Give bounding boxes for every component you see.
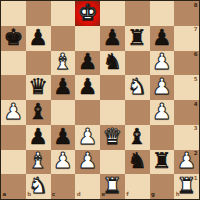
black-pawn[interactable]: ♟	[28, 26, 48, 50]
square-c3[interactable]: ♟	[51, 125, 76, 150]
square-a4[interactable]: ♟	[1, 100, 26, 125]
square-f4[interactable]	[125, 100, 150, 125]
square-d7[interactable]	[75, 26, 100, 51]
square-a3[interactable]	[1, 125, 26, 150]
square-f7[interactable]: ♜	[125, 26, 150, 51]
black-pawn[interactable]: ♟	[53, 75, 73, 99]
black-rook[interactable]: ♜	[127, 26, 147, 50]
black-pawn[interactable]: ♟	[28, 125, 48, 149]
white-rook[interactable]: ♜	[177, 174, 197, 198]
square-a1[interactable]: a	[1, 174, 26, 199]
square-f2[interactable]: ♞	[125, 150, 150, 175]
square-h2[interactable]: 2♟	[174, 150, 199, 175]
white-queen[interactable]: ♛	[103, 125, 123, 149]
white-rook[interactable]: ♜	[103, 174, 123, 198]
square-c2[interactable]: ♟	[51, 150, 76, 175]
square-a8[interactable]	[1, 1, 26, 26]
square-d4[interactable]	[75, 100, 100, 125]
square-a2[interactable]	[1, 150, 26, 175]
square-c1[interactable]: c	[51, 174, 76, 199]
square-d1[interactable]: d	[75, 174, 100, 199]
white-pawn[interactable]: ♟	[152, 100, 172, 124]
file-coordinate-d: d	[77, 192, 81, 198]
white-knight[interactable]: ♞	[127, 75, 147, 99]
square-b8[interactable]	[26, 1, 51, 26]
white-bishop[interactable]: ♝	[53, 51, 73, 75]
square-f5[interactable]: ♞	[125, 75, 150, 100]
file-coordinate-a: a	[3, 192, 7, 198]
square-h7[interactable]: 7	[174, 26, 199, 51]
square-e7[interactable]: ♟	[100, 26, 125, 51]
square-e1[interactable]: e♜	[100, 174, 125, 199]
black-bishop[interactable]: ♝	[28, 100, 48, 124]
square-g8[interactable]	[150, 1, 175, 26]
black-knight[interactable]: ♞	[103, 51, 123, 75]
square-h8[interactable]: 8	[174, 1, 199, 26]
rank-coordinate-8: 8	[194, 3, 198, 9]
square-e4[interactable]	[100, 100, 125, 125]
square-a6[interactable]	[1, 51, 26, 76]
white-bishop[interactable]: ♝	[28, 150, 48, 174]
square-c5[interactable]: ♟	[51, 75, 76, 100]
square-b5[interactable]: ♛	[26, 75, 51, 100]
file-coordinate-g: g	[151, 192, 155, 198]
square-b3[interactable]: ♟	[26, 125, 51, 150]
square-b7[interactable]: ♟	[26, 26, 51, 51]
square-h1[interactable]: h1♜	[174, 174, 199, 199]
white-king[interactable]: ♚	[78, 1, 98, 25]
square-g1[interactable]: g	[150, 174, 175, 199]
square-d8[interactable]: ♚	[75, 1, 100, 26]
square-b6[interactable]	[26, 51, 51, 76]
black-rook[interactable]: ♜	[152, 150, 172, 174]
white-pawn[interactable]: ♟	[53, 150, 73, 174]
black-pawn[interactable]: ♟	[53, 125, 73, 149]
square-f3[interactable]: ♝	[125, 125, 150, 150]
white-pawn[interactable]: ♟	[152, 51, 172, 75]
black-pawn[interactable]: ♟	[78, 51, 98, 75]
square-h6[interactable]: 6	[174, 51, 199, 76]
rank-coordinate-3: 3	[194, 126, 198, 132]
square-d5[interactable]: ♟	[75, 75, 100, 100]
black-bishop[interactable]: ♝	[127, 125, 147, 149]
rank-coordinate-4: 4	[194, 102, 198, 108]
square-b4[interactable]: ♝	[26, 100, 51, 125]
white-pawn[interactable]: ♟	[78, 125, 98, 149]
file-coordinate-c: c	[52, 192, 55, 198]
square-b2[interactable]: ♝	[26, 150, 51, 175]
square-a7[interactable]: ♚	[1, 26, 26, 51]
square-d2[interactable]: ♟	[75, 150, 100, 175]
square-e8[interactable]	[100, 1, 125, 26]
square-e5[interactable]	[100, 75, 125, 100]
square-c4[interactable]	[51, 100, 76, 125]
square-g4[interactable]: ♟	[150, 100, 175, 125]
square-h4[interactable]: 4	[174, 100, 199, 125]
square-g5[interactable]: ♟	[150, 75, 175, 100]
rank-coordinate-7: 7	[194, 27, 198, 33]
square-f1[interactable]: f	[125, 174, 150, 199]
square-c7[interactable]	[51, 26, 76, 51]
chess-board: ♚8♚♟♟♜♟7♝♟♞♟6♛♟♟♞♟5♟♝♟4♟♟♟♛♝3♝♟♟♞♜2♟ab♞c…	[0, 0, 200, 200]
square-d3[interactable]: ♟	[75, 125, 100, 150]
white-pawn[interactable]: ♟	[4, 100, 24, 124]
white-knight[interactable]: ♞	[28, 174, 48, 198]
rank-coordinate-5: 5	[194, 77, 198, 83]
white-pawn[interactable]: ♟	[78, 150, 98, 174]
square-h5[interactable]: 5	[174, 75, 199, 100]
black-knight[interactable]: ♞	[127, 150, 147, 174]
square-c6[interactable]: ♝	[51, 51, 76, 76]
white-pawn[interactable]: ♟	[177, 150, 197, 174]
black-pawn[interactable]: ♟	[152, 26, 172, 50]
square-g2[interactable]: ♜	[150, 150, 175, 175]
square-f8[interactable]	[125, 1, 150, 26]
square-a5[interactable]	[1, 75, 26, 100]
square-g6[interactable]: ♟	[150, 51, 175, 76]
black-pawn[interactable]: ♟	[103, 26, 123, 50]
black-queen[interactable]: ♛	[28, 75, 48, 99]
file-coordinate-f: f	[126, 192, 128, 198]
white-pawn[interactable]: ♟	[152, 75, 172, 99]
square-c8[interactable]	[51, 1, 76, 26]
square-e6[interactable]: ♞	[100, 51, 125, 76]
rank-coordinate-6: 6	[194, 52, 198, 58]
square-e3[interactable]: ♛	[100, 125, 125, 150]
square-g7[interactable]: ♟	[150, 26, 175, 51]
black-pawn[interactable]: ♟	[78, 75, 98, 99]
square-b1[interactable]: b♞	[26, 174, 51, 199]
square-g3[interactable]	[150, 125, 175, 150]
square-e2[interactable]	[100, 150, 125, 175]
square-h3[interactable]: 3	[174, 125, 199, 150]
square-f6[interactable]	[125, 51, 150, 76]
black-king[interactable]: ♚	[4, 26, 24, 50]
square-d6[interactable]: ♟	[75, 51, 100, 76]
